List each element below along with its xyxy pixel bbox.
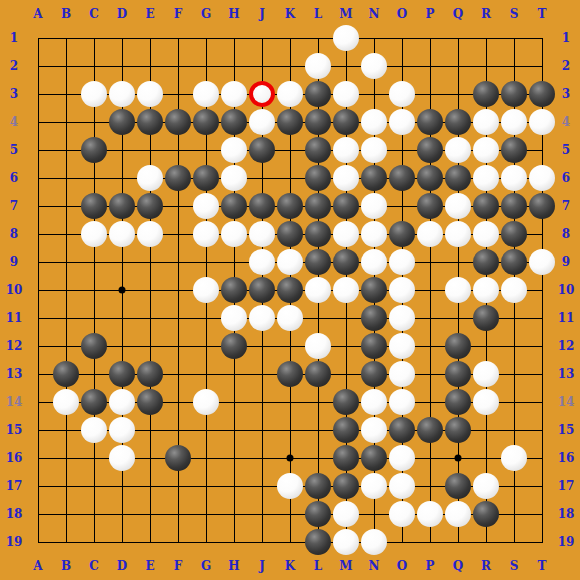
- row-label-left-17: 17: [6, 480, 23, 492]
- black-stone-Q14[interactable]: [445, 389, 471, 415]
- row-label-left-13: 13: [6, 368, 23, 380]
- white-stone-D14[interactable]: [109, 389, 135, 415]
- black-stone-B13[interactable]: [53, 361, 79, 387]
- white-stone-O4[interactable]: [389, 109, 415, 135]
- column-label-bottom-S: S: [510, 560, 519, 572]
- white-stone-S10[interactable]: [501, 277, 527, 303]
- row-label-right-2: 2: [562, 60, 570, 72]
- white-stone-D8[interactable]: [109, 221, 135, 247]
- black-stone-K4[interactable]: [277, 109, 303, 135]
- white-stone-N19[interactable]: [361, 529, 387, 555]
- row-label-right-16: 16: [558, 452, 575, 464]
- column-label-top-M: M: [339, 8, 352, 20]
- black-stone-Q4[interactable]: [445, 109, 471, 135]
- black-stone-O6[interactable]: [389, 165, 415, 191]
- row-label-left-3: 3: [10, 88, 18, 100]
- row-label-left-15: 15: [6, 424, 23, 436]
- white-stone-M10[interactable]: [333, 277, 359, 303]
- white-stone-H6[interactable]: [221, 165, 247, 191]
- black-stone-E7[interactable]: [137, 193, 163, 219]
- white-stone-H5[interactable]: [221, 137, 247, 163]
- column-label-bottom-R: R: [481, 560, 491, 572]
- row-label-right-15: 15: [558, 424, 575, 436]
- column-label-bottom-K: K: [285, 560, 295, 572]
- row-label-left-16: 16: [6, 452, 23, 464]
- black-stone-G6[interactable]: [193, 165, 219, 191]
- white-stone-L10[interactable]: [305, 277, 331, 303]
- white-stone-D15[interactable]: [109, 417, 135, 443]
- white-stone-C15[interactable]: [81, 417, 107, 443]
- black-stone-J5[interactable]: [249, 137, 275, 163]
- white-stone-M18[interactable]: [333, 501, 359, 527]
- column-label-top-G: G: [201, 8, 211, 20]
- white-stone-N15[interactable]: [361, 417, 387, 443]
- black-stone-E13[interactable]: [137, 361, 163, 387]
- black-stone-L3[interactable]: [305, 81, 331, 107]
- black-stone-Q6[interactable]: [445, 165, 471, 191]
- white-stone-S6[interactable]: [501, 165, 527, 191]
- column-label-bottom-T: T: [538, 560, 547, 572]
- white-stone-T9[interactable]: [529, 249, 555, 275]
- white-stone-S4[interactable]: [501, 109, 527, 135]
- white-stone-O13[interactable]: [389, 361, 415, 387]
- black-stone-G4[interactable]: [193, 109, 219, 135]
- column-label-top-Q: Q: [453, 8, 463, 20]
- black-stone-L6[interactable]: [305, 165, 331, 191]
- white-stone-N17[interactable]: [361, 473, 387, 499]
- black-stone-N11[interactable]: [361, 305, 387, 331]
- white-stone-N7[interactable]: [361, 193, 387, 219]
- white-stone-D16[interactable]: [109, 445, 135, 471]
- row-label-right-19: 19: [558, 536, 575, 548]
- white-stone-O9[interactable]: [389, 249, 415, 275]
- black-stone-H7[interactable]: [221, 193, 247, 219]
- go-board-app: ABCDEFGHJKLMNOPQRST ABCDEFGHJKLMNOPQRST …: [0, 0, 580, 580]
- white-stone-T4[interactable]: [529, 109, 555, 135]
- black-stone-K13[interactable]: [277, 361, 303, 387]
- column-label-bottom-D: D: [117, 560, 127, 572]
- white-stone-Q18[interactable]: [445, 501, 471, 527]
- column-label-top-H: H: [228, 8, 239, 20]
- row-label-right-14: 14: [558, 396, 575, 408]
- black-stone-C14[interactable]: [81, 389, 107, 415]
- black-stone-L18[interactable]: [305, 501, 331, 527]
- white-stone-S16[interactable]: [501, 445, 527, 471]
- column-label-bottom-J: J: [259, 560, 265, 572]
- black-stone-Q13[interactable]: [445, 361, 471, 387]
- white-stone-K3[interactable]: [277, 81, 303, 107]
- star-point-Q16: [455, 455, 462, 462]
- black-stone-L4[interactable]: [305, 109, 331, 135]
- column-label-bottom-B: B: [61, 560, 71, 572]
- white-stone-K9[interactable]: [277, 249, 303, 275]
- white-stone-R8[interactable]: [473, 221, 499, 247]
- black-stone-N12[interactable]: [361, 333, 387, 359]
- column-label-top-C: C: [89, 8, 99, 20]
- black-stone-L19[interactable]: [305, 529, 331, 555]
- black-stone-F4[interactable]: [165, 109, 191, 135]
- black-stone-K7[interactable]: [277, 193, 303, 219]
- white-stone-Q10[interactable]: [445, 277, 471, 303]
- star-point-K16: [287, 455, 294, 462]
- white-stone-E8[interactable]: [137, 221, 163, 247]
- white-stone-G3[interactable]: [193, 81, 219, 107]
- black-stone-N6[interactable]: [361, 165, 387, 191]
- white-stone-N5[interactable]: [361, 137, 387, 163]
- column-label-bottom-O: O: [397, 560, 407, 572]
- black-stone-O15[interactable]: [389, 417, 415, 443]
- row-label-left-12: 12: [6, 340, 23, 352]
- white-stone-G14[interactable]: [193, 389, 219, 415]
- black-stone-C5[interactable]: [81, 137, 107, 163]
- black-stone-E4[interactable]: [137, 109, 163, 135]
- column-label-top-R: R: [481, 8, 491, 20]
- white-stone-M3[interactable]: [333, 81, 359, 107]
- column-label-bottom-G: G: [201, 560, 211, 572]
- white-stone-O11[interactable]: [389, 305, 415, 331]
- row-label-left-6: 6: [10, 172, 18, 184]
- white-stone-E6[interactable]: [137, 165, 163, 191]
- row-label-right-1: 1: [562, 32, 570, 44]
- white-stone-H3[interactable]: [221, 81, 247, 107]
- black-stone-R7[interactable]: [473, 193, 499, 219]
- white-stone-B14[interactable]: [53, 389, 79, 415]
- black-stone-L13[interactable]: [305, 361, 331, 387]
- row-label-left-1: 1: [10, 32, 18, 44]
- black-stone-D4[interactable]: [109, 109, 135, 135]
- white-stone-J4[interactable]: [249, 109, 275, 135]
- black-stone-M9[interactable]: [333, 249, 359, 275]
- white-stone-O14[interactable]: [389, 389, 415, 415]
- white-stone-T6[interactable]: [529, 165, 555, 191]
- white-stone-P18[interactable]: [417, 501, 443, 527]
- black-stone-F16[interactable]: [165, 445, 191, 471]
- black-stone-K8[interactable]: [277, 221, 303, 247]
- black-stone-M15[interactable]: [333, 417, 359, 443]
- black-stone-N16[interactable]: [361, 445, 387, 471]
- black-stone-E14[interactable]: [137, 389, 163, 415]
- row-label-right-11: 11: [558, 312, 575, 324]
- black-stone-S8[interactable]: [501, 221, 527, 247]
- white-stone-M5[interactable]: [333, 137, 359, 163]
- row-label-right-18: 18: [558, 508, 575, 520]
- black-stone-P15[interactable]: [417, 417, 443, 443]
- black-stone-S3[interactable]: [501, 81, 527, 107]
- column-label-top-B: B: [61, 8, 71, 20]
- black-stone-J7[interactable]: [249, 193, 275, 219]
- white-stone-N2[interactable]: [361, 53, 387, 79]
- black-stone-P5[interactable]: [417, 137, 443, 163]
- black-stone-L17[interactable]: [305, 473, 331, 499]
- white-stone-E3[interactable]: [137, 81, 163, 107]
- black-stone-H4[interactable]: [221, 109, 247, 135]
- black-stone-P7[interactable]: [417, 193, 443, 219]
- white-stone-J8[interactable]: [249, 221, 275, 247]
- column-label-bottom-P: P: [425, 560, 434, 572]
- star-point-D10: [119, 287, 126, 294]
- column-label-bottom-E: E: [145, 560, 154, 572]
- white-stone-Q5[interactable]: [445, 137, 471, 163]
- column-label-top-A: A: [33, 8, 42, 20]
- row-label-right-4: 4: [562, 116, 570, 128]
- row-label-left-19: 19: [6, 536, 23, 548]
- white-stone-K17[interactable]: [277, 473, 303, 499]
- white-stone-O16[interactable]: [389, 445, 415, 471]
- white-stone-J3-last-move-marker[interactable]: [249, 81, 275, 107]
- white-stone-G7[interactable]: [193, 193, 219, 219]
- white-stone-G8[interactable]: [193, 221, 219, 247]
- row-label-left-7: 7: [10, 200, 18, 212]
- column-label-bottom-Q: Q: [453, 560, 463, 572]
- white-stone-M8[interactable]: [333, 221, 359, 247]
- white-stone-R5[interactable]: [473, 137, 499, 163]
- black-stone-L5[interactable]: [305, 137, 331, 163]
- column-label-top-P: P: [425, 8, 434, 20]
- white-stone-C3[interactable]: [81, 81, 107, 107]
- row-label-right-10: 10: [558, 284, 575, 296]
- row-label-left-8: 8: [10, 228, 18, 240]
- row-label-left-18: 18: [6, 508, 23, 520]
- column-label-bottom-N: N: [369, 560, 380, 572]
- white-stone-R14[interactable]: [473, 389, 499, 415]
- black-stone-H10[interactable]: [221, 277, 247, 303]
- column-label-top-O: O: [397, 8, 407, 20]
- row-label-right-17: 17: [558, 480, 575, 492]
- row-label-left-5: 5: [10, 144, 18, 156]
- white-stone-O17[interactable]: [389, 473, 415, 499]
- white-stone-O18[interactable]: [389, 501, 415, 527]
- white-stone-H8[interactable]: [221, 221, 247, 247]
- black-stone-R11[interactable]: [473, 305, 499, 331]
- black-stone-L8[interactable]: [305, 221, 331, 247]
- black-stone-D13[interactable]: [109, 361, 135, 387]
- column-label-top-S: S: [510, 8, 519, 20]
- black-stone-P4[interactable]: [417, 109, 443, 135]
- white-stone-P8[interactable]: [417, 221, 443, 247]
- black-stone-S9[interactable]: [501, 249, 527, 275]
- black-stone-L7[interactable]: [305, 193, 331, 219]
- row-label-left-2: 2: [10, 60, 18, 72]
- column-label-top-F: F: [174, 8, 183, 20]
- row-label-left-4: 4: [10, 116, 18, 128]
- column-label-bottom-M: M: [339, 560, 352, 572]
- white-stone-R10[interactable]: [473, 277, 499, 303]
- black-stone-T7[interactable]: [529, 193, 555, 219]
- black-stone-D7[interactable]: [109, 193, 135, 219]
- black-stone-M16[interactable]: [333, 445, 359, 471]
- black-stone-M17[interactable]: [333, 473, 359, 499]
- column-label-top-E: E: [145, 8, 154, 20]
- row-label-right-3: 3: [562, 88, 570, 100]
- black-stone-K10[interactable]: [277, 277, 303, 303]
- black-stone-H12[interactable]: [221, 333, 247, 359]
- white-stone-R17[interactable]: [473, 473, 499, 499]
- white-stone-H11[interactable]: [221, 305, 247, 331]
- row-label-right-9: 9: [562, 256, 570, 268]
- white-stone-Q8[interactable]: [445, 221, 471, 247]
- black-stone-J10[interactable]: [249, 277, 275, 303]
- column-label-bottom-L: L: [314, 560, 322, 572]
- white-stone-L2[interactable]: [305, 53, 331, 79]
- row-label-left-11: 11: [6, 312, 23, 324]
- black-stone-Q15[interactable]: [445, 417, 471, 443]
- column-label-top-D: D: [117, 8, 127, 20]
- white-stone-M19[interactable]: [333, 529, 359, 555]
- column-label-bottom-A: A: [33, 560, 42, 572]
- black-stone-O8[interactable]: [389, 221, 415, 247]
- black-stone-Q12[interactable]: [445, 333, 471, 359]
- black-stone-S5[interactable]: [501, 137, 527, 163]
- black-stone-T3[interactable]: [529, 81, 555, 107]
- column-label-top-J: J: [259, 8, 265, 20]
- black-stone-R3[interactable]: [473, 81, 499, 107]
- white-stone-M1[interactable]: [333, 25, 359, 51]
- black-stone-F6[interactable]: [165, 165, 191, 191]
- black-stone-M4[interactable]: [333, 109, 359, 135]
- column-label-top-N: N: [369, 8, 380, 20]
- black-stone-C7[interactable]: [81, 193, 107, 219]
- column-label-bottom-C: C: [89, 560, 99, 572]
- white-stone-N14[interactable]: [361, 389, 387, 415]
- white-stone-L12[interactable]: [305, 333, 331, 359]
- black-stone-N13[interactable]: [361, 361, 387, 387]
- black-stone-N10[interactable]: [361, 277, 387, 303]
- column-label-bottom-F: F: [174, 560, 183, 572]
- white-stone-O10[interactable]: [389, 277, 415, 303]
- white-stone-R6[interactable]: [473, 165, 499, 191]
- column-label-top-K: K: [285, 8, 295, 20]
- black-stone-Q17[interactable]: [445, 473, 471, 499]
- white-stone-K11[interactable]: [277, 305, 303, 331]
- black-stone-S7[interactable]: [501, 193, 527, 219]
- white-stone-N4[interactable]: [361, 109, 387, 135]
- white-stone-R4[interactable]: [473, 109, 499, 135]
- white-stone-G10[interactable]: [193, 277, 219, 303]
- black-stone-P6[interactable]: [417, 165, 443, 191]
- column-label-bottom-H: H: [228, 560, 239, 572]
- row-label-right-6: 6: [562, 172, 570, 184]
- column-label-top-L: L: [314, 8, 322, 20]
- black-stone-R18[interactable]: [473, 501, 499, 527]
- white-stone-J9[interactable]: [249, 249, 275, 275]
- white-stone-R13[interactable]: [473, 361, 499, 387]
- white-stone-M6[interactable]: [333, 165, 359, 191]
- white-stone-O12[interactable]: [389, 333, 415, 359]
- black-stone-M7[interactable]: [333, 193, 359, 219]
- white-stone-Q7[interactable]: [445, 193, 471, 219]
- black-stone-L9[interactable]: [305, 249, 331, 275]
- row-label-right-12: 12: [558, 340, 575, 352]
- white-stone-N9[interactable]: [361, 249, 387, 275]
- row-label-left-10: 10: [6, 284, 23, 296]
- black-stone-M14[interactable]: [333, 389, 359, 415]
- white-stone-C8[interactable]: [81, 221, 107, 247]
- column-label-top-T: T: [538, 8, 547, 20]
- row-label-right-8: 8: [562, 228, 570, 240]
- white-stone-J11[interactable]: [249, 305, 275, 331]
- white-stone-D3[interactable]: [109, 81, 135, 107]
- row-label-right-7: 7: [562, 200, 570, 212]
- row-label-left-9: 9: [10, 256, 18, 268]
- black-stone-R9[interactable]: [473, 249, 499, 275]
- row-label-left-14: 14: [6, 396, 23, 408]
- row-label-right-13: 13: [558, 368, 575, 380]
- black-stone-C12[interactable]: [81, 333, 107, 359]
- row-label-right-5: 5: [562, 144, 570, 156]
- white-stone-N8[interactable]: [361, 221, 387, 247]
- white-stone-O3[interactable]: [389, 81, 415, 107]
